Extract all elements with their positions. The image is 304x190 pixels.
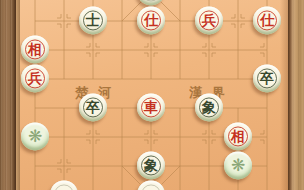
piece-ring — [141, 0, 161, 1]
red-elephant-piece[interactable]: 相 — [21, 35, 49, 63]
board-edge-shadow — [280, 0, 288, 190]
hidden-piece-piece[interactable]: ❋ — [21, 122, 49, 150]
red-advisor-piece[interactable]: 仕 — [253, 6, 281, 34]
piece-glyph: 相 — [21, 35, 49, 63]
piece-glyph: 相 — [224, 122, 252, 150]
wooden-frame-right — [288, 0, 304, 190]
piece-glyph: 車 — [137, 93, 165, 121]
piece-glyph: 仕 — [137, 6, 165, 34]
black-elephant-piece[interactable]: 象 — [137, 151, 165, 179]
piece-glyph: 兵 — [195, 6, 223, 34]
red-soldier-piece[interactable]: 兵 — [21, 64, 49, 92]
black-advisor-piece[interactable]: 士 — [79, 6, 107, 34]
wooden-frame-left-strip — [16, 0, 20, 190]
black-soldier-piece[interactable]: 卒 — [79, 93, 107, 121]
red-advisor-piece[interactable]: 仕 — [137, 6, 165, 34]
xiangqi-board[interactable]: 楚河 漢界 士仕兵仕相兵卒卒車象❋相象❋ — [0, 0, 304, 190]
piece-ring — [54, 184, 74, 190]
red-chariot-piece[interactable]: 車 — [137, 93, 165, 121]
hidden-piece-piece[interactable]: ❋ — [224, 151, 252, 179]
black-elephant-piece[interactable]: 象 — [195, 93, 223, 121]
piece-glyph: 士 — [79, 6, 107, 34]
piece-glyph: 象 — [137, 151, 165, 179]
red-elephant-piece[interactable]: 相 — [224, 122, 252, 150]
piece-glyph: 卒 — [79, 93, 107, 121]
hidden-pattern-icon: ❋ — [21, 122, 49, 150]
piece-ring — [141, 184, 161, 190]
hidden-pattern-icon: ❋ — [224, 151, 252, 179]
wooden-frame-left — [0, 0, 16, 190]
red-soldier-piece[interactable]: 兵 — [195, 6, 223, 34]
piece-glyph: 仕 — [253, 6, 281, 34]
piece-glyph: 卒 — [253, 64, 281, 92]
piece-glyph: 兵 — [21, 64, 49, 92]
black-soldier-piece[interactable]: 卒 — [253, 64, 281, 92]
piece-glyph: 象 — [195, 93, 223, 121]
